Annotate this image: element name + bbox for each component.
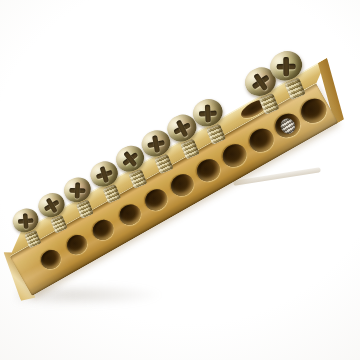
product-photo (0, 0, 360, 360)
brass-busbar (9, 83, 338, 296)
visible-screw-threads (278, 116, 298, 136)
